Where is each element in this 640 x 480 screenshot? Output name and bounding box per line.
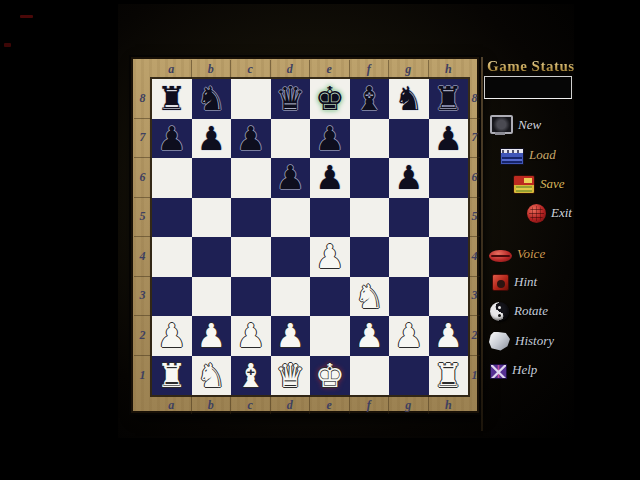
square-c2[interactable]: ♟	[231, 316, 271, 356]
black-pawn[interactable]: ♟	[433, 122, 463, 155]
rank-label: 7	[134, 119, 151, 159]
save-button[interactable]: Save	[513, 173, 565, 195]
square-h3[interactable]	[429, 277, 469, 317]
black-pawn[interactable]: ♟	[315, 161, 345, 194]
black-pawn[interactable]: ♟	[157, 122, 187, 155]
file-label: e	[310, 396, 350, 414]
white-pawn[interactable]: ♟	[315, 240, 345, 273]
file-label: e	[310, 60, 350, 78]
square-e3[interactable]	[310, 277, 350, 317]
square-a8[interactable]: ♜	[152, 79, 192, 119]
voice-button[interactable]: Voice	[489, 243, 545, 265]
rank-label: 6	[469, 158, 480, 198]
lips-icon	[489, 250, 512, 262]
square-e1[interactable]: ♚	[310, 356, 350, 396]
exit-ball-icon	[527, 204, 546, 223]
square-g4[interactable]	[389, 237, 429, 277]
rank-label: 2	[134, 316, 151, 356]
white-pawn[interactable]: ♟	[275, 319, 305, 352]
file-label: h	[429, 396, 469, 414]
white-pawn[interactable]: ♟	[196, 319, 226, 352]
square-b3[interactable]	[192, 277, 232, 317]
rank-label: 8	[469, 79, 480, 119]
rank-label: 3	[134, 277, 151, 317]
black-pawn[interactable]: ♟	[394, 161, 424, 194]
filmstrip-icon	[500, 148, 524, 165]
rank-label: 7	[469, 119, 480, 159]
exit-button-label: Exit	[551, 205, 572, 221]
square-d4[interactable]	[271, 237, 311, 277]
new-button[interactable]: New	[489, 114, 541, 136]
screen-artifact	[20, 15, 33, 18]
square-a7[interactable]: ♟	[152, 119, 192, 159]
file-label: b	[192, 396, 232, 414]
file-label: c	[231, 60, 271, 78]
square-e4[interactable]: ♟	[310, 237, 350, 277]
rank-label: 8	[134, 79, 151, 119]
square-h5[interactable]	[429, 198, 469, 238]
square-e2[interactable]	[310, 316, 350, 356]
square-a4[interactable]	[152, 237, 192, 277]
file-label: a	[152, 60, 192, 78]
square-a1[interactable]: ♜	[152, 356, 192, 396]
file-label: f	[350, 60, 390, 78]
square-h4[interactable]	[429, 237, 469, 277]
square-e7[interactable]: ♟	[310, 119, 350, 159]
white-pawn[interactable]: ♟	[354, 319, 384, 352]
square-c4[interactable]	[231, 237, 271, 277]
voice-button-label: Voice	[517, 246, 545, 262]
file-label: h	[429, 60, 469, 78]
black-king[interactable]: ♚	[315, 82, 345, 115]
file-label: b	[192, 60, 232, 78]
rank-label: 4	[134, 237, 151, 277]
file-label: g	[389, 60, 429, 78]
file-label: g	[389, 396, 429, 414]
square-b4[interactable]	[192, 237, 232, 277]
rank-label: 5	[469, 198, 480, 238]
square-d6[interactable]: ♟	[271, 158, 311, 198]
square-d7[interactable]	[271, 119, 311, 159]
rotate-button-label: Rotate	[514, 303, 548, 319]
square-b1[interactable]: ♞	[192, 356, 232, 396]
hint-button-label: Hint	[514, 274, 537, 290]
load-button[interactable]: Load	[500, 144, 556, 166]
square-f3[interactable]: ♞	[350, 277, 390, 317]
help-button[interactable]: Help	[490, 359, 537, 381]
black-pawn[interactable]: ♟	[196, 122, 226, 155]
history-button[interactable]: History	[489, 330, 554, 352]
square-e6[interactable]: ♟	[310, 158, 350, 198]
square-a6[interactable]	[152, 158, 192, 198]
square-g7[interactable]	[389, 119, 429, 159]
square-f4[interactable]	[350, 237, 390, 277]
paper-icon	[489, 332, 510, 351]
rank-labels-right: 87654321	[469, 79, 480, 395]
chess-board-frame: abcdefgh abcdefgh 87654321 87654321 ♜♞♛♚…	[131, 57, 479, 413]
square-c6[interactable]	[231, 158, 271, 198]
square-e5[interactable]	[310, 198, 350, 238]
exit-button[interactable]: Exit	[527, 202, 572, 224]
black-pawn[interactable]: ♟	[236, 122, 266, 155]
square-g3[interactable]	[389, 277, 429, 317]
rank-label: 4	[469, 237, 480, 277]
black-rook[interactable]: ♜	[433, 82, 463, 115]
screen-artifact	[4, 43, 11, 47]
rank-label: 2	[469, 316, 480, 356]
square-f8[interactable]: ♝	[350, 79, 390, 119]
white-rook[interactable]: ♜	[433, 359, 463, 392]
black-pawn[interactable]: ♟	[275, 161, 305, 194]
square-c5[interactable]	[231, 198, 271, 238]
square-g8[interactable]: ♞	[389, 79, 429, 119]
rank-label: 6	[134, 158, 151, 198]
square-b2[interactable]: ♟	[192, 316, 232, 356]
monitor-icon	[489, 115, 513, 136]
hint-button[interactable]: Hint	[492, 271, 537, 293]
square-b7[interactable]: ♟	[192, 119, 232, 159]
file-label: d	[271, 60, 311, 78]
black-knight[interactable]: ♞	[196, 82, 226, 115]
square-h2[interactable]: ♟	[429, 316, 469, 356]
white-knight[interactable]: ♞	[354, 280, 384, 313]
history-button-label: History	[515, 333, 554, 349]
hint-icon	[492, 274, 509, 291]
white-queen[interactable]: ♛	[275, 359, 305, 392]
white-pawn[interactable]: ♟	[236, 319, 266, 352]
white-pawn[interactable]: ♟	[433, 319, 463, 352]
square-d8[interactable]: ♛	[271, 79, 311, 119]
square-h6[interactable]	[429, 158, 469, 198]
save-button-label: Save	[540, 176, 565, 192]
new-button-label: New	[518, 117, 541, 133]
game-status-title: Game Status	[487, 58, 575, 75]
black-pawn[interactable]: ♟	[315, 122, 345, 155]
square-e8[interactable]: ♚	[310, 79, 350, 119]
square-d3[interactable]	[271, 277, 311, 317]
black-bishop[interactable]: ♝	[354, 82, 384, 115]
square-f2[interactable]: ♟	[350, 316, 390, 356]
black-queen[interactable]: ♛	[275, 82, 305, 115]
square-g6[interactable]: ♟	[389, 158, 429, 198]
square-a5[interactable]	[152, 198, 192, 238]
black-knight[interactable]: ♞	[394, 82, 424, 115]
white-king[interactable]: ♚	[315, 359, 345, 392]
square-a3[interactable]	[152, 277, 192, 317]
square-g2[interactable]: ♟	[389, 316, 429, 356]
game-status-box	[484, 76, 572, 99]
file-labels-top: abcdefgh	[152, 60, 468, 78]
white-pawn[interactable]: ♟	[157, 319, 187, 352]
rank-label: 1	[469, 356, 480, 396]
rotate-button[interactable]: Rotate	[490, 300, 548, 322]
white-bishop[interactable]: ♝	[236, 359, 266, 392]
square-f6[interactable]	[350, 158, 390, 198]
file-label: d	[271, 396, 311, 414]
file-label: c	[231, 396, 271, 414]
square-b5[interactable]	[192, 198, 232, 238]
square-d1[interactable]: ♛	[271, 356, 311, 396]
square-g5[interactable]	[389, 198, 429, 238]
file-labels-bottom: abcdefgh	[152, 396, 468, 414]
square-c8[interactable]	[231, 79, 271, 119]
square-c3[interactable]	[231, 277, 271, 317]
rank-label: 3	[469, 277, 480, 317]
square-d5[interactable]	[271, 198, 311, 238]
square-d2[interactable]: ♟	[271, 316, 311, 356]
white-rook[interactable]: ♜	[157, 359, 187, 392]
rank-labels-left: 87654321	[134, 79, 151, 395]
yinyang-icon	[490, 302, 509, 321]
chess-board: ♜♞♛♚♝♞♜♟♟♟♟♟♟♟♟♟♞♟♟♟♟♟♟♟♜♞♝♛♚♜	[152, 79, 468, 395]
square-h8[interactable]: ♜	[429, 79, 469, 119]
white-pawn[interactable]: ♟	[394, 319, 424, 352]
square-c7[interactable]: ♟	[231, 119, 271, 159]
square-f5[interactable]	[350, 198, 390, 238]
help-button-label: Help	[512, 362, 537, 378]
black-rook[interactable]: ♜	[157, 82, 187, 115]
square-h1[interactable]: ♜	[429, 356, 469, 396]
square-c1[interactable]: ♝	[231, 356, 271, 396]
square-b8[interactable]: ♞	[192, 79, 232, 119]
square-b6[interactable]	[192, 158, 232, 198]
rank-label: 5	[134, 198, 151, 238]
rank-label: 1	[134, 356, 151, 396]
panel-seam	[481, 57, 483, 431]
app-window: abcdefgh abcdefgh 87654321 87654321 ♜♞♛♚…	[0, 0, 640, 480]
white-knight[interactable]: ♞	[196, 359, 226, 392]
file-label: f	[350, 396, 390, 414]
square-g1[interactable]	[389, 356, 429, 396]
flag-icon	[490, 364, 507, 379]
file-label: a	[152, 396, 192, 414]
load-button-label: Load	[529, 147, 556, 163]
square-f1[interactable]	[350, 356, 390, 396]
square-f7[interactable]	[350, 119, 390, 159]
floppy-icon	[513, 175, 535, 194]
square-a2[interactable]: ♟	[152, 316, 192, 356]
square-h7[interactable]: ♟	[429, 119, 469, 159]
